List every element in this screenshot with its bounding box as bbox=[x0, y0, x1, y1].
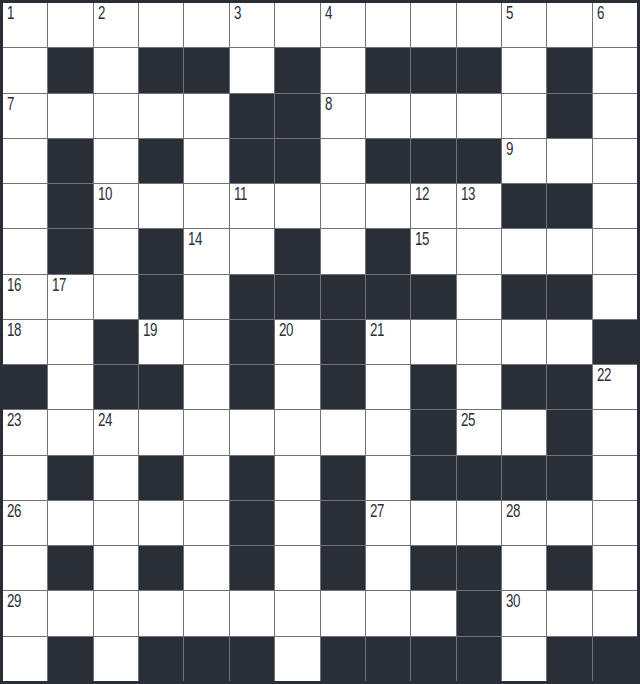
cell-r14c14[interactable] bbox=[593, 591, 637, 635]
cell-r3c1[interactable]: 7 bbox=[3, 94, 47, 138]
cell-r8c1[interactable]: 18 bbox=[3, 320, 47, 364]
cell-r13c10-blocked bbox=[411, 546, 455, 590]
cell-r5c7[interactable] bbox=[275, 184, 319, 228]
cell-r1c7[interactable] bbox=[275, 3, 319, 47]
cell-r4c13[interactable] bbox=[547, 139, 591, 183]
cell-r1c5[interactable] bbox=[184, 3, 228, 47]
cell-r10c9[interactable] bbox=[366, 410, 410, 454]
cell-r12c9[interactable]: 27 bbox=[366, 501, 410, 545]
cell-r6c2-blocked bbox=[48, 229, 92, 273]
cell-r10c4[interactable] bbox=[139, 410, 183, 454]
clue-number: 20 bbox=[279, 321, 293, 339]
cell-r8c8-blocked bbox=[321, 320, 365, 364]
cell-r6c9-blocked bbox=[366, 229, 410, 273]
cell-r6c11[interactable] bbox=[457, 229, 501, 273]
cell-r2c9-blocked bbox=[366, 48, 410, 92]
cell-r7c2[interactable]: 17 bbox=[48, 275, 92, 319]
cell-r15c6-blocked bbox=[230, 637, 274, 681]
cell-r8c2[interactable] bbox=[48, 320, 92, 364]
cell-r13c13-blocked bbox=[547, 546, 591, 590]
cell-r8c12[interactable] bbox=[502, 320, 546, 364]
cell-r1c2[interactable] bbox=[48, 3, 92, 47]
cell-r14c1[interactable]: 29 bbox=[3, 591, 47, 635]
cell-r14c3[interactable] bbox=[94, 591, 138, 635]
cell-r13c14[interactable] bbox=[593, 546, 637, 590]
cell-r15c12[interactable] bbox=[502, 637, 546, 681]
cell-r9c11[interactable] bbox=[457, 365, 501, 409]
clue-number: 9 bbox=[506, 140, 513, 158]
cell-r14c7[interactable] bbox=[275, 591, 319, 635]
cell-r7c11[interactable] bbox=[457, 275, 501, 319]
cell-r1c1[interactable]: 1 bbox=[3, 3, 47, 47]
cell-r5c5[interactable] bbox=[184, 184, 228, 228]
cell-r13c11-blocked bbox=[457, 546, 501, 590]
cell-r3c5[interactable] bbox=[184, 94, 228, 138]
cell-r14c12[interactable]: 30 bbox=[502, 591, 546, 635]
clue-number: 5 bbox=[506, 4, 513, 22]
cell-r4c11-blocked bbox=[457, 139, 501, 183]
cell-r10c2[interactable] bbox=[48, 410, 92, 454]
clue-number: 7 bbox=[7, 95, 14, 113]
cell-r5c14[interactable] bbox=[593, 184, 637, 228]
cell-r7c1[interactable]: 16 bbox=[3, 275, 47, 319]
cell-r11c4-blocked bbox=[139, 456, 183, 500]
cell-r14c5[interactable] bbox=[184, 591, 228, 635]
cell-r11c11-blocked bbox=[457, 456, 501, 500]
cell-r11c2-blocked bbox=[48, 456, 92, 500]
cell-r7c3[interactable] bbox=[94, 275, 138, 319]
clue-number: 17 bbox=[52, 276, 66, 294]
cell-r4c9-blocked bbox=[366, 139, 410, 183]
cell-r10c3[interactable]: 24 bbox=[94, 410, 138, 454]
clue-number: 25 bbox=[461, 411, 475, 429]
cell-r10c7[interactable] bbox=[275, 410, 319, 454]
clue-number: 8 bbox=[325, 95, 332, 113]
cell-r9c1-blocked bbox=[3, 365, 47, 409]
cell-r9c6-blocked bbox=[230, 365, 274, 409]
cell-r4c10-blocked bbox=[411, 139, 455, 183]
cell-r9c2[interactable] bbox=[48, 365, 92, 409]
cell-r1c11[interactable] bbox=[457, 3, 501, 47]
cell-r3c6-blocked bbox=[230, 94, 274, 138]
cell-r13c7[interactable] bbox=[275, 546, 319, 590]
clue-number: 3 bbox=[234, 4, 241, 22]
cell-r6c3[interactable] bbox=[94, 229, 138, 273]
cell-r2c8[interactable] bbox=[321, 48, 365, 92]
cell-r8c9[interactable]: 21 bbox=[366, 320, 410, 364]
cell-r1c10[interactable] bbox=[411, 3, 455, 47]
cell-r12c14[interactable] bbox=[593, 501, 637, 545]
cell-r7c4-blocked bbox=[139, 275, 183, 319]
cell-r9c5[interactable] bbox=[184, 365, 228, 409]
cell-r14c13[interactable] bbox=[547, 591, 591, 635]
cell-r3c4[interactable] bbox=[139, 94, 183, 138]
cell-r10c1[interactable]: 23 bbox=[3, 410, 47, 454]
cell-r5c11[interactable]: 13 bbox=[457, 184, 501, 228]
cell-r15c9-blocked bbox=[366, 637, 410, 681]
cell-r15c11-blocked bbox=[457, 637, 501, 681]
cell-r15c2-blocked bbox=[48, 637, 92, 681]
cell-r10c8[interactable] bbox=[321, 410, 365, 454]
cell-r15c1[interactable] bbox=[3, 637, 47, 681]
cell-r7c8-blocked bbox=[321, 275, 365, 319]
clue-number: 29 bbox=[7, 592, 21, 610]
cell-r12c5[interactable] bbox=[184, 501, 228, 545]
clue-number: 15 bbox=[415, 230, 429, 248]
cell-r1c12[interactable]: 5 bbox=[502, 3, 546, 47]
cell-r13c5[interactable] bbox=[184, 546, 228, 590]
cell-r10c5[interactable] bbox=[184, 410, 228, 454]
cell-r5c13-blocked bbox=[547, 184, 591, 228]
cell-r11c6-blocked bbox=[230, 456, 274, 500]
cell-r11c9[interactable] bbox=[366, 456, 410, 500]
cell-r10c12[interactable] bbox=[502, 410, 546, 454]
cell-r14c6[interactable] bbox=[230, 591, 274, 635]
cell-r4c14[interactable] bbox=[593, 139, 637, 183]
cell-r13c12[interactable] bbox=[502, 546, 546, 590]
cell-r8c4[interactable]: 19 bbox=[139, 320, 183, 364]
cell-r9c9[interactable] bbox=[366, 365, 410, 409]
cell-r6c14[interactable] bbox=[593, 229, 637, 273]
clue-number: 19 bbox=[143, 321, 157, 339]
cell-r6c10[interactable]: 15 bbox=[411, 229, 455, 273]
cell-r5c2-blocked bbox=[48, 184, 92, 228]
cell-r5c3[interactable]: 10 bbox=[94, 184, 138, 228]
cell-r8c11[interactable] bbox=[457, 320, 501, 364]
cell-r2c2-blocked bbox=[48, 48, 92, 92]
cell-r2c12[interactable] bbox=[502, 48, 546, 92]
cell-r8c6-blocked bbox=[230, 320, 274, 364]
cell-r7c7-blocked bbox=[275, 275, 319, 319]
cell-r11c8-blocked bbox=[321, 456, 365, 500]
cell-r8c14-blocked bbox=[593, 320, 637, 364]
cell-r14c8[interactable] bbox=[321, 591, 365, 635]
cell-r12c4[interactable] bbox=[139, 501, 183, 545]
cell-r12c11[interactable] bbox=[457, 501, 501, 545]
cell-r5c9[interactable] bbox=[366, 184, 410, 228]
cell-r15c7[interactable] bbox=[275, 637, 319, 681]
cell-r12c3[interactable] bbox=[94, 501, 138, 545]
cell-r12c12[interactable]: 28 bbox=[502, 501, 546, 545]
cell-r4c5[interactable] bbox=[184, 139, 228, 183]
clue-number: 28 bbox=[506, 502, 520, 520]
cell-r10c10-blocked bbox=[411, 410, 455, 454]
cell-r5c10[interactable]: 12 bbox=[411, 184, 455, 228]
cell-r10c13-blocked bbox=[547, 410, 591, 454]
cell-r14c4[interactable] bbox=[139, 591, 183, 635]
cell-r4c3[interactable] bbox=[94, 139, 138, 183]
cell-r1c13[interactable] bbox=[547, 3, 591, 47]
cell-r9c13-blocked bbox=[547, 365, 591, 409]
cell-r13c9[interactable] bbox=[366, 546, 410, 590]
cell-r11c13-blocked bbox=[547, 456, 591, 500]
cell-r1c8[interactable]: 4 bbox=[321, 3, 365, 47]
cell-r11c3[interactable] bbox=[94, 456, 138, 500]
cell-r6c5[interactable]: 14 bbox=[184, 229, 228, 273]
clue-number: 10 bbox=[98, 185, 112, 203]
clue-number: 4 bbox=[325, 4, 332, 22]
cell-r10c11[interactable]: 25 bbox=[457, 410, 501, 454]
cell-r11c7[interactable] bbox=[275, 456, 319, 500]
cell-r8c10[interactable] bbox=[411, 320, 455, 364]
cell-r13c8-blocked bbox=[321, 546, 365, 590]
cell-r12c13[interactable] bbox=[547, 501, 591, 545]
cell-r3c12[interactable] bbox=[502, 94, 546, 138]
cell-r7c12-blocked bbox=[502, 275, 546, 319]
cell-r6c1[interactable] bbox=[3, 229, 47, 273]
cell-r6c6[interactable] bbox=[230, 229, 274, 273]
cell-r7c13-blocked bbox=[547, 275, 591, 319]
cell-r5c8[interactable] bbox=[321, 184, 365, 228]
cell-r4c7-blocked bbox=[275, 139, 319, 183]
clue-number: 18 bbox=[7, 321, 21, 339]
cell-r2c4-blocked bbox=[139, 48, 183, 92]
cell-r14c2[interactable] bbox=[48, 591, 92, 635]
cell-r4c2-blocked bbox=[48, 139, 92, 183]
cell-r1c6[interactable]: 3 bbox=[230, 3, 274, 47]
cell-r14c10[interactable] bbox=[411, 591, 455, 635]
cell-r13c4-blocked bbox=[139, 546, 183, 590]
cell-r6c8[interactable] bbox=[321, 229, 365, 273]
cell-r9c3-blocked bbox=[94, 365, 138, 409]
cell-r15c3[interactable] bbox=[94, 637, 138, 681]
cell-r12c10[interactable] bbox=[411, 501, 455, 545]
cell-r6c13[interactable] bbox=[547, 229, 591, 273]
cell-r9c7[interactable] bbox=[275, 365, 319, 409]
cell-r3c11[interactable] bbox=[457, 94, 501, 138]
cell-r1c3[interactable]: 2 bbox=[94, 3, 138, 47]
cell-r13c1[interactable] bbox=[3, 546, 47, 590]
cell-r3c9[interactable] bbox=[366, 94, 410, 138]
cell-r8c13[interactable] bbox=[547, 320, 591, 364]
cell-r7c10-blocked bbox=[411, 275, 455, 319]
clue-number: 16 bbox=[7, 276, 21, 294]
cell-r7c14[interactable] bbox=[593, 275, 637, 319]
cell-r4c4-blocked bbox=[139, 139, 183, 183]
cell-r8c7[interactable]: 20 bbox=[275, 320, 319, 364]
cell-r2c10-blocked bbox=[411, 48, 455, 92]
cell-r13c6-blocked bbox=[230, 546, 274, 590]
cell-r3c8[interactable]: 8 bbox=[321, 94, 365, 138]
cell-r5c12-blocked bbox=[502, 184, 546, 228]
clue-number: 21 bbox=[370, 321, 384, 339]
cell-r4c12[interactable]: 9 bbox=[502, 139, 546, 183]
cell-r2c5-blocked bbox=[184, 48, 228, 92]
cell-r3c2[interactable] bbox=[48, 94, 92, 138]
cell-r12c7[interactable] bbox=[275, 501, 319, 545]
cell-r10c6[interactable] bbox=[230, 410, 274, 454]
clue-number: 27 bbox=[370, 502, 384, 520]
cell-r2c3[interactable] bbox=[94, 48, 138, 92]
clue-number: 26 bbox=[7, 502, 21, 520]
crossword-grid: 1234567891011121314151617181920212223242… bbox=[0, 0, 640, 684]
clue-number: 13 bbox=[461, 185, 475, 203]
cell-r2c11-blocked bbox=[457, 48, 501, 92]
clue-number: 22 bbox=[597, 366, 611, 384]
cell-r11c5[interactable] bbox=[184, 456, 228, 500]
cell-r4c8[interactable] bbox=[321, 139, 365, 183]
clue-number: 30 bbox=[506, 592, 520, 610]
cell-r15c14-blocked bbox=[593, 637, 637, 681]
cell-r1c14[interactable]: 6 bbox=[593, 3, 637, 47]
cell-r6c12[interactable] bbox=[502, 229, 546, 273]
cell-r9c10-blocked bbox=[411, 365, 455, 409]
cell-r5c4[interactable] bbox=[139, 184, 183, 228]
cell-r3c14[interactable] bbox=[593, 94, 637, 138]
clue-number: 14 bbox=[188, 230, 202, 248]
cell-r3c3[interactable] bbox=[94, 94, 138, 138]
cell-r14c11-blocked bbox=[457, 591, 501, 635]
cell-r7c9-blocked bbox=[366, 275, 410, 319]
cell-r2c6[interactable] bbox=[230, 48, 274, 92]
cell-r3c13-blocked bbox=[547, 94, 591, 138]
clue-number: 12 bbox=[415, 185, 429, 203]
cell-r11c12-blocked bbox=[502, 456, 546, 500]
cell-r15c8-blocked bbox=[321, 637, 365, 681]
cell-r15c4-blocked bbox=[139, 637, 183, 681]
clue-number: 6 bbox=[597, 4, 604, 22]
cell-r7c6-blocked bbox=[230, 275, 274, 319]
cell-r11c10-blocked bbox=[411, 456, 455, 500]
cell-r4c1[interactable] bbox=[3, 139, 47, 183]
clue-number: 23 bbox=[7, 411, 21, 429]
cell-r2c13-blocked bbox=[547, 48, 591, 92]
cell-r10c14[interactable] bbox=[593, 410, 637, 454]
cell-r4c6-blocked bbox=[230, 139, 274, 183]
cell-r8c5[interactable] bbox=[184, 320, 228, 364]
cell-r12c2[interactable] bbox=[48, 501, 92, 545]
cell-r9c4-blocked bbox=[139, 365, 183, 409]
cell-r8c3-blocked bbox=[94, 320, 138, 364]
clue-number: 24 bbox=[98, 411, 112, 429]
cell-r12c6-blocked bbox=[230, 501, 274, 545]
cell-r14c9[interactable] bbox=[366, 591, 410, 635]
cell-r9c12-blocked bbox=[502, 365, 546, 409]
cell-r9c14[interactable]: 22 bbox=[593, 365, 637, 409]
cell-r15c10-blocked bbox=[411, 637, 455, 681]
cell-r3c10[interactable] bbox=[411, 94, 455, 138]
cell-r2c1[interactable] bbox=[3, 48, 47, 92]
cell-r6c7-blocked bbox=[275, 229, 319, 273]
cell-r13c3[interactable] bbox=[94, 546, 138, 590]
cell-r11c14[interactable] bbox=[593, 456, 637, 500]
cell-r3c7-blocked bbox=[275, 94, 319, 138]
cell-r5c6[interactable]: 11 bbox=[230, 184, 274, 228]
cell-r2c14[interactable] bbox=[593, 48, 637, 92]
clue-number: 1 bbox=[7, 4, 14, 22]
cell-r1c4[interactable] bbox=[139, 3, 183, 47]
cell-r15c5-blocked bbox=[184, 637, 228, 681]
clue-number: 11 bbox=[234, 185, 247, 203]
cell-r5c1[interactable] bbox=[3, 184, 47, 228]
cell-r9c8-blocked bbox=[321, 365, 365, 409]
cell-r6c4-blocked bbox=[139, 229, 183, 273]
cell-r1c9[interactable] bbox=[366, 3, 410, 47]
clue-number: 2 bbox=[98, 4, 105, 22]
cell-r12c1[interactable]: 26 bbox=[3, 501, 47, 545]
cell-r2c7-blocked bbox=[275, 48, 319, 92]
cell-r7c5[interactable] bbox=[184, 275, 228, 319]
cell-r12c8-blocked bbox=[321, 501, 365, 545]
cell-r15c13-blocked bbox=[547, 637, 591, 681]
cell-r13c2-blocked bbox=[48, 546, 92, 590]
cell-r11c1[interactable] bbox=[3, 456, 47, 500]
